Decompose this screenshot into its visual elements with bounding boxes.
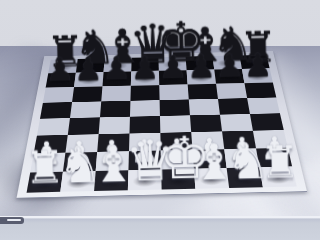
square-f1[interactable]: ♝ [194, 168, 229, 189]
scrubber-progress [7, 219, 21, 221]
square-d5[interactable] [130, 100, 160, 117]
square-h5[interactable] [247, 97, 280, 113]
square-g1[interactable]: ♞ [227, 167, 263, 188]
table-front-edge [0, 216, 320, 240]
square-g5[interactable] [218, 98, 250, 115]
square-b4[interactable] [68, 117, 100, 135]
square-h7[interactable]: ♟ [242, 68, 273, 83]
scrubber-bar[interactable] [0, 217, 24, 224]
square-e5[interactable] [160, 99, 190, 116]
board-perspective-wrap: ♜♞♝♛♚♝♞♜♟♟♟♟♟♟♟♟♟♟♟♟♟♟♟♟♜♞♝♛♚♝♞♜ [0, 0, 320, 240]
square-c5[interactable] [100, 101, 130, 118]
piece-white-b-c1[interactable]: ♝ [91, 142, 130, 188]
chessboard: ♜♞♝♛♚♝♞♜♟♟♟♟♟♟♟♟♟♟♟♟♟♟♟♟♜♞♝♛♚♝♞♜ [16, 51, 307, 198]
square-c1[interactable]: ♝ [94, 170, 128, 191]
square-g7[interactable]: ♟ [214, 69, 244, 84]
square-b6[interactable] [72, 86, 102, 102]
square-h6[interactable] [244, 82, 276, 98]
square-g6[interactable] [216, 83, 247, 99]
piece-black-p-h7[interactable]: ♟ [241, 51, 274, 81]
square-g4[interactable] [220, 114, 253, 131]
square-b1[interactable]: ♞ [60, 171, 95, 192]
square-f5[interactable] [189, 99, 220, 116]
square-c6[interactable] [101, 86, 131, 102]
square-b7[interactable]: ♟ [74, 72, 104, 87]
square-a4[interactable] [37, 118, 70, 136]
square-a6[interactable] [43, 87, 74, 103]
square-d6[interactable] [130, 85, 159, 101]
square-f7[interactable]: ♟ [187, 70, 216, 85]
board-grid: ♜♞♝♛♚♝♞♜♟♟♟♟♟♟♟♟♟♟♟♟♟♟♟♟♜♞♝♛♚♝♞♜ [27, 55, 297, 193]
piece-white-n-g1[interactable]: ♞ [225, 138, 264, 184]
scene: ♜♞♝♛♚♝♞♜♟♟♟♟♟♟♟♟♟♟♟♟♟♟♟♟♜♞♝♛♚♝♞♜ [0, 0, 320, 240]
square-b5[interactable] [70, 101, 101, 118]
square-h4[interactable] [250, 113, 284, 130]
square-d7[interactable]: ♟ [131, 71, 159, 86]
square-e6[interactable] [159, 84, 189, 100]
square-f6[interactable] [188, 84, 218, 100]
square-e7[interactable]: ♟ [159, 70, 188, 85]
square-a5[interactable] [40, 102, 72, 119]
square-c7[interactable]: ♟ [102, 71, 131, 86]
